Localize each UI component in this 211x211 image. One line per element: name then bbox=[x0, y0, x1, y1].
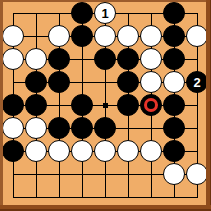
intersection[interactable] bbox=[48, 25, 71, 48]
intersection[interactable] bbox=[48, 140, 71, 163]
intersection[interactable] bbox=[140, 140, 163, 163]
empty-intersection[interactable] bbox=[117, 163, 140, 186]
intersection[interactable] bbox=[163, 2, 186, 25]
intersection[interactable] bbox=[48, 117, 71, 140]
intersection[interactable] bbox=[94, 25, 117, 48]
white-stone bbox=[25, 117, 47, 139]
intersection[interactable] bbox=[117, 71, 140, 94]
empty-intersection[interactable] bbox=[2, 2, 25, 25]
white-stone bbox=[140, 48, 162, 70]
white-stone bbox=[48, 140, 70, 162]
white-stone bbox=[140, 25, 162, 47]
empty-intersection[interactable] bbox=[2, 163, 25, 186]
black-stone bbox=[71, 94, 93, 116]
white-stone bbox=[94, 25, 116, 47]
intersection[interactable] bbox=[2, 25, 25, 48]
empty-intersection[interactable] bbox=[71, 48, 94, 71]
empty-intersection[interactable] bbox=[48, 94, 71, 117]
intersection[interactable] bbox=[163, 71, 186, 94]
intersection[interactable] bbox=[25, 71, 48, 94]
intersection[interactable] bbox=[71, 140, 94, 163]
empty-intersection[interactable] bbox=[48, 163, 71, 186]
intersection[interactable] bbox=[2, 140, 25, 163]
intersection[interactable] bbox=[2, 94, 25, 117]
intersection[interactable] bbox=[48, 71, 71, 94]
black-stone bbox=[2, 94, 24, 116]
intersection[interactable] bbox=[71, 25, 94, 48]
intersection[interactable] bbox=[117, 94, 140, 117]
intersection[interactable] bbox=[163, 140, 186, 163]
black-stone bbox=[163, 2, 185, 24]
intersection[interactable] bbox=[163, 48, 186, 71]
board-frame-left bbox=[0, 0, 3, 211]
black-stone bbox=[163, 25, 185, 47]
intersection[interactable] bbox=[94, 117, 117, 140]
empty-intersection[interactable] bbox=[117, 2, 140, 25]
white-stone bbox=[140, 71, 162, 93]
black-stone bbox=[117, 71, 139, 93]
white-stone bbox=[2, 25, 24, 47]
black-stone bbox=[48, 117, 70, 139]
intersection[interactable] bbox=[140, 48, 163, 71]
white-stone bbox=[2, 117, 24, 139]
intersection[interactable] bbox=[25, 140, 48, 163]
board-frame-right bbox=[206, 0, 211, 211]
intersection[interactable] bbox=[163, 117, 186, 140]
intersection[interactable] bbox=[25, 48, 48, 71]
black-stone bbox=[48, 71, 70, 93]
black-stone bbox=[71, 117, 93, 139]
intersection[interactable] bbox=[117, 140, 140, 163]
empty-intersection[interactable] bbox=[25, 2, 48, 25]
move-number-label: 2 bbox=[186, 71, 208, 93]
white-stone bbox=[186, 163, 208, 185]
intersection[interactable] bbox=[71, 94, 94, 117]
empty-intersection[interactable] bbox=[140, 163, 163, 186]
white-stone bbox=[117, 140, 139, 162]
white-stone bbox=[117, 25, 139, 47]
intersection[interactable] bbox=[117, 25, 140, 48]
black-stone bbox=[48, 48, 70, 70]
empty-intersection[interactable] bbox=[117, 117, 140, 140]
red-circle-marker bbox=[144, 98, 158, 112]
black-stone bbox=[94, 117, 116, 139]
white-stone bbox=[2, 48, 24, 70]
intersection[interactable] bbox=[2, 48, 25, 71]
white-stone bbox=[94, 140, 116, 162]
black-stone bbox=[2, 140, 24, 162]
intersection[interactable] bbox=[2, 117, 25, 140]
intersection[interactable] bbox=[71, 2, 94, 25]
white-stone bbox=[25, 48, 47, 70]
empty-intersection[interactable] bbox=[48, 2, 71, 25]
intersection[interactable] bbox=[163, 25, 186, 48]
black-stone bbox=[163, 140, 185, 162]
board-frame-bottom bbox=[0, 205, 211, 211]
black-stone bbox=[71, 2, 93, 24]
black-stone bbox=[25, 71, 47, 93]
black-stone bbox=[25, 94, 47, 116]
intersection[interactable] bbox=[140, 25, 163, 48]
black-stone bbox=[163, 48, 185, 70]
intersection[interactable] bbox=[117, 48, 140, 71]
intersection[interactable] bbox=[25, 117, 48, 140]
empty-intersection[interactable] bbox=[94, 163, 117, 186]
black-stone bbox=[94, 48, 116, 70]
intersection[interactable] bbox=[140, 94, 163, 117]
empty-intersection[interactable] bbox=[2, 71, 25, 94]
white-stone bbox=[25, 140, 47, 162]
empty-intersection[interactable] bbox=[25, 25, 48, 48]
intersection[interactable] bbox=[25, 94, 48, 117]
white-stone bbox=[186, 25, 208, 47]
empty-intersection[interactable] bbox=[25, 163, 48, 186]
white-stone bbox=[71, 140, 93, 162]
intersection[interactable] bbox=[48, 48, 71, 71]
white-stone bbox=[48, 25, 70, 47]
intersection[interactable] bbox=[94, 48, 117, 71]
intersection[interactable] bbox=[94, 140, 117, 163]
empty-intersection[interactable] bbox=[71, 71, 94, 94]
black-stone bbox=[163, 117, 185, 139]
intersection[interactable] bbox=[163, 94, 186, 117]
move-number-label: 1 bbox=[94, 2, 116, 24]
white-stone bbox=[140, 140, 162, 162]
go-board: 12 bbox=[0, 0, 211, 211]
empty-intersection[interactable] bbox=[140, 2, 163, 25]
white-stone bbox=[163, 71, 185, 93]
empty-intersection[interactable] bbox=[140, 117, 163, 140]
empty-intersection[interactable] bbox=[94, 94, 117, 117]
white-stone bbox=[163, 163, 185, 185]
intersection[interactable]: 1 bbox=[94, 2, 117, 25]
empty-intersection[interactable] bbox=[94, 71, 117, 94]
intersection[interactable] bbox=[140, 71, 163, 94]
intersection[interactable] bbox=[163, 163, 186, 186]
black-stone bbox=[163, 94, 185, 116]
black-stone bbox=[117, 94, 139, 116]
black-stone bbox=[71, 25, 93, 47]
intersection[interactable] bbox=[71, 117, 94, 140]
empty-intersection[interactable] bbox=[71, 163, 94, 186]
board-frame-top bbox=[0, 0, 211, 2]
black-stone bbox=[117, 48, 139, 70]
